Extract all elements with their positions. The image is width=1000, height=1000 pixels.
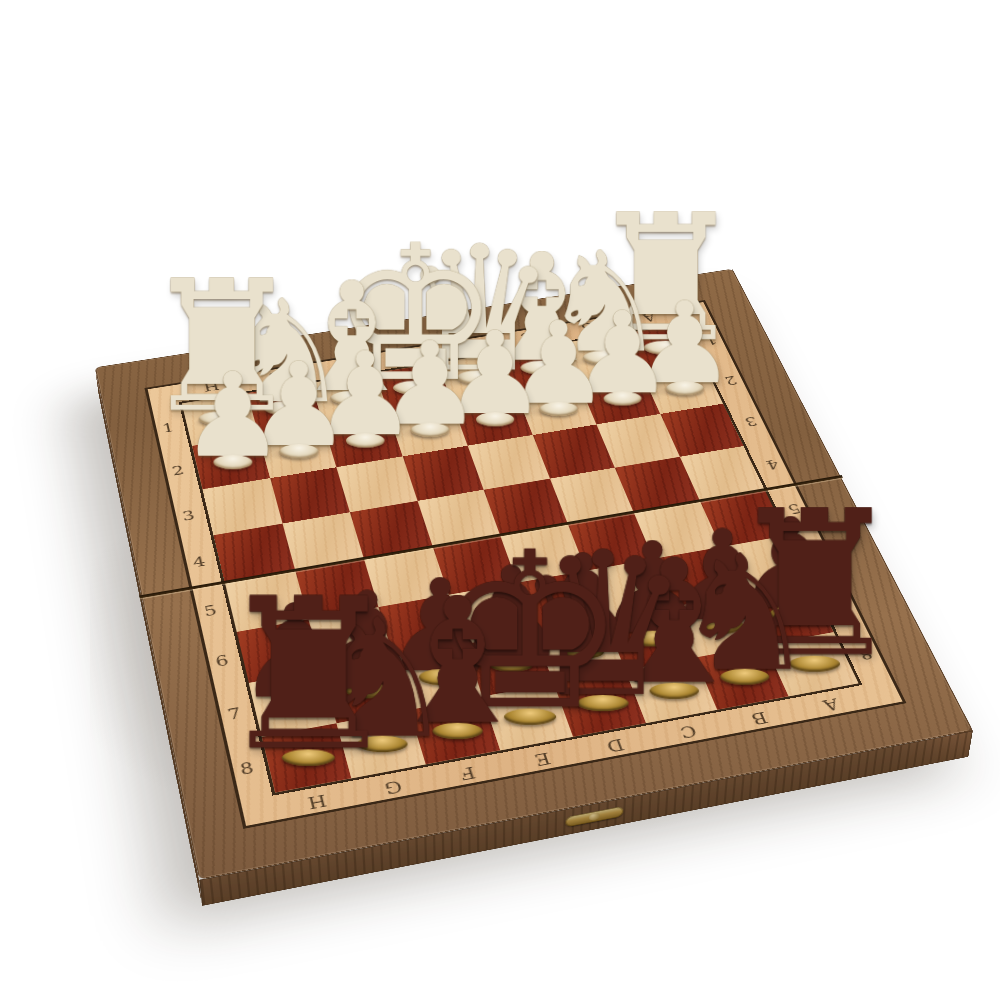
square-e3[interactable]	[402, 446, 483, 501]
piece-base	[346, 433, 384, 447]
piece-base	[213, 454, 252, 469]
piece-base	[280, 443, 319, 458]
rook-glyph: ♜	[215, 595, 402, 758]
photo-canvas: ♜♞♝♚♛♝♞♜♟♟♟♟♟♟♟♟♟♟♟♟♟♟♟♟♜♞♝♚♛♝♞♜ 1234567…	[0, 0, 1000, 1000]
square-h2[interactable]: ♟	[192, 435, 270, 489]
board-frame: ♜♞♝♚♛♝♞♜♟♟♟♟♟♟♟♟♟♟♟♟♟♟♟♟♜♞♝♚♛♝♞♜ 1234567…	[95, 269, 973, 880]
chess-board: ♜♞♝♚♛♝♞♜♟♟♟♟♟♟♟♟♟♟♟♟♟♟♟♟♜♞♝♚♛♝♞♜ 1234567…	[95, 269, 973, 880]
square-g3[interactable]	[270, 467, 350, 523]
brass-clasp[interactable]	[566, 806, 624, 827]
square-f3[interactable]	[336, 456, 417, 511]
piece-black-rook-h8[interactable]: ♜	[215, 595, 402, 767]
scene: ♜♞♝♚♛♝♞♜♟♟♟♟♟♟♟♟♟♟♟♟♟♟♟♟♜♞♝♚♛♝♞♜ 1234567…	[0, 0, 1000, 1000]
